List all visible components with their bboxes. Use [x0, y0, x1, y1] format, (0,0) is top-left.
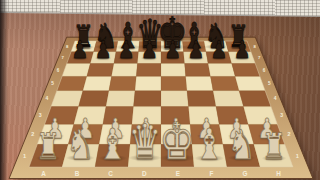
white-bishop-c1: ♝: [98, 124, 127, 167]
black-pawn-f7: ♟: [187, 39, 204, 63]
black-pawn-e7: ♟: [164, 39, 181, 63]
pieces-layer: ♜♞♝♛♚♝♞♜♟♟♟♟♟♟♟♟♟♟♟♟♟♟♟♟♜♞♝♛♚♝♞♜: [0, 0, 320, 180]
black-pawn-h7: ♟: [234, 39, 251, 63]
white-knight-b1: ♞: [66, 125, 94, 166]
white-king-e1: ♚: [159, 116, 194, 167]
white-bishop-f1: ♝: [195, 124, 224, 167]
white-rook-h1: ♜: [261, 129, 286, 165]
black-pawn-g7: ♟: [210, 39, 227, 63]
black-pawn-c7: ♟: [118, 39, 135, 63]
photo-scene: ABCDEFGH1122334455667788 ♜♞♝♛♚♝♞♜♟♟♟♟♟♟♟…: [0, 0, 320, 180]
black-pawn-a7: ♟: [71, 39, 88, 63]
white-rook-a1: ♜: [36, 129, 61, 165]
black-pawn-b7: ♟: [95, 39, 112, 63]
white-queen-d1: ♛: [128, 119, 161, 167]
white-knight-g1: ♞: [227, 125, 255, 166]
black-pawn-d7: ♟: [141, 39, 158, 63]
